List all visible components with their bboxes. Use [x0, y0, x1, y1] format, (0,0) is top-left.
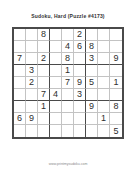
- cell-r9c4: [50, 125, 62, 137]
- cell-r3c4: [50, 53, 62, 65]
- cell-r8c5: [62, 113, 74, 125]
- cell-r3c8: [98, 53, 110, 65]
- cell-r5c1: [14, 77, 26, 89]
- cell-r5c9: 1: [110, 77, 122, 89]
- cell-r1c4: [50, 29, 62, 41]
- cell-r2c2: [26, 41, 38, 53]
- cell-r5c2: 2: [26, 77, 38, 89]
- cell-r9c5: [62, 125, 74, 137]
- cell-r3c2: [26, 53, 38, 65]
- cell-r7c2: [26, 101, 38, 113]
- cell-r7c7: 9: [86, 101, 98, 113]
- cell-r6c2: [26, 89, 38, 101]
- cell-r5c3: [38, 77, 50, 89]
- cell-r4c7: [86, 65, 98, 77]
- cell-r4c9: [110, 65, 122, 77]
- sudoku-page: Sudoku, Hard (Puzzle #4173) 824687283931…: [0, 0, 136, 176]
- cell-r2c1: [14, 41, 26, 53]
- cell-r4c2: 3: [26, 65, 38, 77]
- cell-r4c1: [14, 65, 26, 77]
- cell-r3c9: 9: [110, 53, 122, 65]
- cell-r4c3: [38, 65, 50, 77]
- cell-r7c6: [74, 101, 86, 113]
- cell-r9c6: [74, 125, 86, 137]
- cell-r5c4: [50, 77, 62, 89]
- cell-r6c8: [98, 89, 110, 101]
- cell-r7c9: 8: [110, 101, 122, 113]
- cell-r6c3: 7: [38, 89, 50, 101]
- cell-r2c6: 6: [74, 41, 86, 53]
- cell-r2c7: 8: [86, 41, 98, 53]
- cell-r7c8: [98, 101, 110, 113]
- cell-r8c3: [38, 113, 50, 125]
- cell-r3c6: [74, 53, 86, 65]
- cell-r3c3: 2: [38, 53, 50, 65]
- cell-r7c4: [50, 101, 62, 113]
- cell-r9c9: 5: [110, 125, 122, 137]
- cell-r7c5: [62, 101, 74, 113]
- cell-r8c6: [74, 113, 86, 125]
- cell-r2c4: [50, 41, 62, 53]
- cell-r9c1: [14, 125, 26, 137]
- cell-r1c6: 2: [74, 29, 86, 41]
- cell-r8c4: [50, 113, 62, 125]
- cell-r8c1: 6: [14, 113, 26, 125]
- cell-r9c7: [86, 125, 98, 137]
- cell-r6c7: [86, 89, 98, 101]
- cell-r3c7: 3: [86, 53, 98, 65]
- cell-r7c1: [14, 101, 26, 113]
- cell-r6c9: [110, 89, 122, 101]
- cell-r1c5: [62, 29, 74, 41]
- cell-r1c2: [26, 29, 38, 41]
- cell-r1c1: [14, 29, 26, 41]
- cell-r9c3: [38, 125, 50, 137]
- cell-r6c6: 3: [74, 89, 86, 101]
- cell-r8c7: [86, 113, 98, 125]
- cell-r5c7: 5: [86, 77, 98, 89]
- cell-r1c3: 8: [38, 29, 50, 41]
- cell-r7c3: 1: [38, 101, 50, 113]
- cell-r6c1: [14, 89, 26, 101]
- cell-r8c8: 1: [98, 113, 110, 125]
- cell-r4c6: [74, 65, 86, 77]
- cell-r3c5: 8: [62, 53, 74, 65]
- cell-r4c8: [98, 65, 110, 77]
- cell-r9c2: [26, 125, 38, 137]
- sudoku-board: 824687283931279517431986915: [12, 27, 124, 139]
- cell-r6c4: 4: [50, 89, 62, 101]
- cell-r2c3: [38, 41, 50, 53]
- cell-r6c5: [62, 89, 74, 101]
- cell-r2c9: [110, 41, 122, 53]
- cell-r9c8: [98, 125, 110, 137]
- cell-r5c6: 9: [74, 77, 86, 89]
- cell-r3c1: 7: [14, 53, 26, 65]
- cell-r8c2: 9: [26, 113, 38, 125]
- cell-r8c9: [110, 113, 122, 125]
- footer-site-url: www.printmysudoku.com: [0, 162, 136, 166]
- cell-r1c9: [110, 29, 122, 41]
- cell-r4c5: 1: [62, 65, 74, 77]
- cell-r4c4: [50, 65, 62, 77]
- cell-r5c8: [98, 77, 110, 89]
- page-title: Sudoku, Hard (Puzzle #4173): [0, 13, 136, 19]
- cell-r2c5: 4: [62, 41, 74, 53]
- cell-r2c8: [98, 41, 110, 53]
- cell-r1c8: [98, 29, 110, 41]
- cell-r5c5: 7: [62, 77, 74, 89]
- cell-r1c7: [86, 29, 98, 41]
